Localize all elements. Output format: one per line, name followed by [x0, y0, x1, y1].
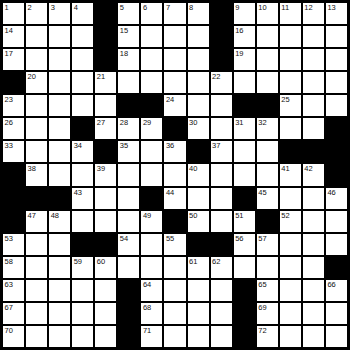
- clue-number-4: 4: [74, 3, 78, 12]
- white-cell-r12c13[interactable]: [280, 257, 301, 278]
- white-cell-r9c13[interactable]: [280, 188, 301, 209]
- white-cell-r3c2[interactable]: [26, 49, 47, 70]
- clue-number-15: 15: [120, 26, 128, 35]
- white-cell-r6c5[interactable]: 27: [95, 118, 116, 139]
- white-cell-r5c10[interactable]: [211, 95, 232, 116]
- clue-number-37: 37: [212, 141, 220, 150]
- clue-number-21: 21: [97, 72, 105, 81]
- clue-number-23: 23: [5, 95, 13, 104]
- white-cell-r14c15[interactable]: [326, 303, 347, 324]
- white-cell-r4c14[interactable]: [303, 72, 324, 93]
- white-cell-r4c6[interactable]: [118, 72, 139, 93]
- clue-number-54: 54: [120, 234, 128, 243]
- white-cell-r14c9[interactable]: [188, 303, 209, 324]
- white-cell-r14c5[interactable]: [95, 303, 116, 324]
- clue-number-52: 52: [281, 211, 289, 220]
- white-cell-r12c7[interactable]: [141, 257, 162, 278]
- black-cell-r7c5: [95, 141, 116, 162]
- white-cell-r15c4[interactable]: [72, 326, 93, 347]
- white-cell-r13c2[interactable]: [26, 280, 47, 301]
- clue-number-5: 5: [120, 3, 124, 12]
- clue-number-70: 70: [5, 326, 13, 335]
- white-cell-r1c14[interactable]: 12: [303, 3, 324, 24]
- white-cell-r14c1[interactable]: 67: [3, 303, 24, 324]
- black-cell-r10c1: [3, 211, 24, 232]
- black-cell-r3c10: [211, 49, 232, 70]
- clue-number-36: 36: [166, 141, 174, 150]
- white-cell-r9c8[interactable]: 44: [164, 188, 185, 209]
- white-cell-r10c7[interactable]: 49: [141, 211, 162, 232]
- white-cell-r5c1[interactable]: 23: [3, 95, 24, 116]
- black-cell-r4c1: [3, 72, 24, 93]
- clue-number-47: 47: [28, 211, 36, 220]
- clue-number-22: 22: [212, 72, 220, 81]
- clue-number-24: 24: [166, 95, 174, 104]
- clue-number-61: 61: [189, 257, 197, 266]
- white-cell-r13c15[interactable]: 66: [326, 280, 347, 301]
- white-cell-r9c9[interactable]: [188, 188, 209, 209]
- white-cell-r4c2[interactable]: 20: [26, 72, 47, 93]
- white-cell-r2c6[interactable]: 15: [118, 26, 139, 47]
- white-cell-r2c13[interactable]: [280, 26, 301, 47]
- white-cell-r15c10[interactable]: [211, 326, 232, 347]
- white-cell-r14c14[interactable]: [303, 303, 324, 324]
- white-cell-r3c9[interactable]: [188, 49, 209, 70]
- white-cell-r7c10[interactable]: 37: [211, 141, 232, 162]
- clue-number-13: 13: [327, 3, 335, 12]
- white-cell-r11c7[interactable]: [141, 234, 162, 255]
- black-cell-r9c2: [26, 188, 47, 209]
- white-cell-r4c7[interactable]: [141, 72, 162, 93]
- black-cell-r5c12: [257, 95, 278, 116]
- clue-number-51: 51: [235, 211, 243, 220]
- white-cell-r7c1[interactable]: 33: [3, 141, 24, 162]
- white-cell-r8c3[interactable]: [49, 164, 70, 185]
- clue-number-43: 43: [74, 188, 82, 197]
- white-cell-r8c7[interactable]: [141, 164, 162, 185]
- black-cell-r11c4: [72, 234, 93, 255]
- black-cell-r3c5: [95, 49, 116, 70]
- black-cell-r7c15: [326, 141, 347, 162]
- white-cell-r1c12[interactable]: 10: [257, 3, 278, 24]
- white-cell-r15c3[interactable]: [49, 326, 70, 347]
- clue-number-30: 30: [189, 118, 197, 127]
- white-cell-r6c13[interactable]: [280, 118, 301, 139]
- black-cell-r11c9: [188, 234, 209, 255]
- clue-number-32: 32: [258, 118, 266, 127]
- clue-number-35: 35: [120, 141, 128, 150]
- black-cell-r6c4: [72, 118, 93, 139]
- clue-number-50: 50: [189, 211, 197, 220]
- white-cell-r10c4[interactable]: [72, 211, 93, 232]
- clue-number-25: 25: [281, 95, 289, 104]
- clue-number-18: 18: [120, 49, 128, 58]
- crossword-board: 1234567891011121314151617181920212223242…: [0, 0, 350, 350]
- clue-number-34: 34: [74, 141, 82, 150]
- clue-number-65: 65: [258, 280, 266, 289]
- white-cell-r6c12[interactable]: 32: [257, 118, 278, 139]
- white-cell-r4c15[interactable]: [326, 72, 347, 93]
- white-cell-r3c1[interactable]: 17: [3, 49, 24, 70]
- white-cell-r4c10[interactable]: 22: [211, 72, 232, 93]
- white-cell-r8c2[interactable]: 38: [26, 164, 47, 185]
- white-cell-r3c13[interactable]: [280, 49, 301, 70]
- white-cell-r9c14[interactable]: [303, 188, 324, 209]
- white-cell-r15c13[interactable]: [280, 326, 301, 347]
- clue-number-1: 1: [5, 3, 9, 12]
- clue-number-42: 42: [304, 164, 312, 173]
- clue-number-67: 67: [5, 303, 13, 312]
- white-cell-r9c5[interactable]: [95, 188, 116, 209]
- white-cell-r9c15[interactable]: 46: [326, 188, 347, 209]
- white-cell-r2c11[interactable]: 16: [234, 26, 255, 47]
- clue-number-7: 7: [166, 3, 170, 12]
- black-cell-r11c10: [211, 234, 232, 255]
- white-cell-r4c9[interactable]: [188, 72, 209, 93]
- white-cell-r7c4[interactable]: 34: [72, 141, 93, 162]
- clue-number-60: 60: [97, 257, 105, 266]
- black-cell-r10c8: [164, 211, 185, 232]
- white-cell-r6c2[interactable]: [26, 118, 47, 139]
- clue-number-66: 66: [327, 280, 335, 289]
- white-cell-r2c1[interactable]: 14: [3, 26, 24, 47]
- clue-number-16: 16: [235, 26, 243, 35]
- white-cell-r12c10[interactable]: 62: [211, 257, 232, 278]
- white-cell-r13c10[interactable]: [211, 280, 232, 301]
- white-cell-r4c5[interactable]: 21: [95, 72, 116, 93]
- black-cell-r10c12: [257, 211, 278, 232]
- white-cell-r15c15[interactable]: [326, 326, 347, 347]
- clue-number-2: 2: [28, 3, 32, 12]
- clue-number-3: 3: [51, 3, 55, 12]
- white-cell-r10c10[interactable]: [211, 211, 232, 232]
- white-cell-r15c12[interactable]: 72: [257, 326, 278, 347]
- black-cell-r13c11: [234, 280, 255, 301]
- white-cell-r12c3[interactable]: [49, 257, 70, 278]
- white-cell-r12c14[interactable]: [303, 257, 324, 278]
- white-cell-r6c14[interactable]: [303, 118, 324, 139]
- white-cell-r13c7[interactable]: 64: [141, 280, 162, 301]
- white-cell-r10c6[interactable]: [118, 211, 139, 232]
- white-cell-r13c8[interactable]: [164, 280, 185, 301]
- white-cell-r7c2[interactable]: [26, 141, 47, 162]
- clue-number-6: 6: [143, 3, 147, 12]
- clue-number-17: 17: [5, 49, 13, 58]
- white-cell-r4c11[interactable]: [234, 72, 255, 93]
- black-cell-r7c13: [280, 141, 301, 162]
- black-cell-r13c6: [118, 280, 139, 301]
- clue-number-28: 28: [120, 118, 128, 127]
- white-cell-r4c8[interactable]: [164, 72, 185, 93]
- white-cell-r9c12[interactable]: 45: [257, 188, 278, 209]
- clue-number-72: 72: [258, 326, 266, 335]
- white-cell-r6c3[interactable]: [49, 118, 70, 139]
- white-cell-r11c14[interactable]: [303, 234, 324, 255]
- white-cell-r1c1[interactable]: 1: [3, 3, 24, 24]
- clue-number-26: 26: [5, 118, 13, 127]
- clue-number-39: 39: [97, 164, 105, 173]
- white-cell-r4c4[interactable]: [72, 72, 93, 93]
- white-cell-r7c3[interactable]: [49, 141, 70, 162]
- white-cell-r2c12[interactable]: [257, 26, 278, 47]
- white-cell-r1c7[interactable]: 6: [141, 3, 162, 24]
- white-cell-r2c14[interactable]: [303, 26, 324, 47]
- clue-number-31: 31: [235, 118, 243, 127]
- white-cell-r14c2[interactable]: [26, 303, 47, 324]
- white-cell-r5c13[interactable]: 25: [280, 95, 301, 116]
- white-cell-r5c14[interactable]: [303, 95, 324, 116]
- black-cell-r7c14: [303, 141, 324, 162]
- white-cell-r15c5[interactable]: [95, 326, 116, 347]
- black-cell-r5c7: [141, 95, 162, 116]
- white-cell-r7c7[interactable]: [141, 141, 162, 162]
- white-cell-r3c4[interactable]: [72, 49, 93, 70]
- clue-number-29: 29: [143, 118, 151, 127]
- white-cell-r3c7[interactable]: [141, 49, 162, 70]
- white-cell-r5c15[interactable]: [326, 95, 347, 116]
- white-cell-r8c9[interactable]: 40: [188, 164, 209, 185]
- clue-number-62: 62: [212, 257, 220, 266]
- white-cell-r5c9[interactable]: [188, 95, 209, 116]
- clue-number-55: 55: [166, 234, 174, 243]
- white-cell-r6c6[interactable]: 28: [118, 118, 139, 139]
- white-cell-r3c6[interactable]: 18: [118, 49, 139, 70]
- clue-number-41: 41: [281, 164, 289, 173]
- white-cell-r8c11[interactable]: [234, 164, 255, 185]
- white-cell-r14c7[interactable]: 68: [141, 303, 162, 324]
- white-cell-r9c10[interactable]: [211, 188, 232, 209]
- white-cell-r14c10[interactable]: [211, 303, 232, 324]
- white-cell-r13c13[interactable]: [280, 280, 301, 301]
- white-cell-r2c9[interactable]: [188, 26, 209, 47]
- clue-number-40: 40: [189, 164, 197, 173]
- white-cell-r2c15[interactable]: [326, 26, 347, 47]
- white-cell-r8c6[interactable]: [118, 164, 139, 185]
- clue-number-48: 48: [51, 211, 59, 220]
- black-cell-r15c6: [118, 326, 139, 347]
- clue-number-58: 58: [5, 257, 13, 266]
- white-cell-r11c13[interactable]: [280, 234, 301, 255]
- black-cell-r14c6: [118, 303, 139, 324]
- white-cell-r10c14[interactable]: [303, 211, 324, 232]
- white-cell-r3c3[interactable]: [49, 49, 70, 70]
- white-cell-r7c11[interactable]: [234, 141, 255, 162]
- black-cell-r15c11: [234, 326, 255, 347]
- white-cell-r1c9[interactable]: 8: [188, 3, 209, 24]
- white-cell-r13c3[interactable]: [49, 280, 70, 301]
- black-cell-r2c10: [211, 26, 232, 47]
- clue-number-8: 8: [189, 3, 193, 12]
- white-cell-r13c14[interactable]: [303, 280, 324, 301]
- black-cell-r6c8: [164, 118, 185, 139]
- clue-number-33: 33: [5, 141, 13, 150]
- clue-number-71: 71: [143, 326, 151, 335]
- clue-number-19: 19: [235, 49, 243, 58]
- white-cell-r15c2[interactable]: [26, 326, 47, 347]
- clue-number-27: 27: [97, 118, 105, 127]
- white-cell-r8c12[interactable]: [257, 164, 278, 185]
- white-cell-r9c6[interactable]: [118, 188, 139, 209]
- clue-number-53: 53: [5, 234, 13, 243]
- white-cell-r5c8[interactable]: 24: [164, 95, 185, 116]
- white-cell-r4c12[interactable]: [257, 72, 278, 93]
- white-cell-r1c3[interactable]: 3: [49, 3, 70, 24]
- white-cell-r2c2[interactable]: [26, 26, 47, 47]
- white-cell-r14c13[interactable]: [280, 303, 301, 324]
- white-cell-r12c12[interactable]: [257, 257, 278, 278]
- white-cell-r11c1[interactable]: 53: [3, 234, 24, 255]
- clue-number-49: 49: [143, 211, 151, 220]
- white-cell-r8c4[interactable]: [72, 164, 93, 185]
- white-cell-r1c2[interactable]: 2: [26, 3, 47, 24]
- white-cell-r3c14[interactable]: [303, 49, 324, 70]
- black-cell-r7c9: [188, 141, 209, 162]
- clue-number-38: 38: [28, 164, 36, 173]
- white-cell-r11c11[interactable]: 56: [234, 234, 255, 255]
- black-cell-r2c5: [95, 26, 116, 47]
- white-cell-r11c3[interactable]: [49, 234, 70, 255]
- white-cell-r15c9[interactable]: [188, 326, 209, 347]
- clue-number-64: 64: [143, 280, 151, 289]
- white-cell-r5c2[interactable]: [26, 95, 47, 116]
- black-cell-r9c11: [234, 188, 255, 209]
- black-cell-r5c11: [234, 95, 255, 116]
- white-cell-r14c8[interactable]: [164, 303, 185, 324]
- white-cell-r1c8[interactable]: 7: [164, 3, 185, 24]
- white-cell-r1c13[interactable]: 11: [280, 3, 301, 24]
- white-cell-r11c8[interactable]: 55: [164, 234, 185, 255]
- white-cell-r2c8[interactable]: [164, 26, 185, 47]
- white-cell-r10c11[interactable]: 51: [234, 211, 255, 232]
- white-cell-r12c11[interactable]: [234, 257, 255, 278]
- black-cell-r6c15: [326, 118, 347, 139]
- white-cell-r10c15[interactable]: [326, 211, 347, 232]
- white-cell-r12c2[interactable]: [26, 257, 47, 278]
- clue-number-69: 69: [258, 303, 266, 312]
- white-cell-r8c5[interactable]: 39: [95, 164, 116, 185]
- white-cell-r4c13[interactable]: [280, 72, 301, 93]
- white-cell-r5c3[interactable]: [49, 95, 70, 116]
- black-cell-r5c6: [118, 95, 139, 116]
- white-cell-r11c15[interactable]: [326, 234, 347, 255]
- white-cell-r12c9[interactable]: 61: [188, 257, 209, 278]
- white-cell-r8c10[interactable]: [211, 164, 232, 185]
- white-cell-r10c5[interactable]: [95, 211, 116, 232]
- white-cell-r13c1[interactable]: 63: [3, 280, 24, 301]
- white-cell-r6c7[interactable]: 29: [141, 118, 162, 139]
- black-cell-r1c5: [95, 3, 116, 24]
- white-cell-r5c4[interactable]: [72, 95, 93, 116]
- white-cell-r7c6[interactable]: 35: [118, 141, 139, 162]
- white-cell-r12c5[interactable]: 60: [95, 257, 116, 278]
- clue-number-46: 46: [327, 188, 335, 197]
- white-cell-r15c14[interactable]: [303, 326, 324, 347]
- white-cell-r8c8[interactable]: [164, 164, 185, 185]
- white-cell-r1c6[interactable]: 5: [118, 3, 139, 24]
- white-cell-r1c11[interactable]: 9: [234, 3, 255, 24]
- clue-number-14: 14: [5, 26, 13, 35]
- white-cell-r10c2[interactable]: 47: [26, 211, 47, 232]
- white-cell-r6c10[interactable]: [211, 118, 232, 139]
- white-cell-r2c4[interactable]: [72, 26, 93, 47]
- white-cell-r12c8[interactable]: [164, 257, 185, 278]
- white-cell-r5c5[interactable]: [95, 95, 116, 116]
- white-cell-r13c9[interactable]: [188, 280, 209, 301]
- white-cell-r3c12[interactable]: [257, 49, 278, 70]
- clue-number-63: 63: [5, 280, 13, 289]
- white-cell-r13c12[interactable]: 65: [257, 280, 278, 301]
- white-cell-r3c11[interactable]: 19: [234, 49, 255, 70]
- clue-number-20: 20: [28, 72, 36, 81]
- white-cell-r3c15[interactable]: [326, 49, 347, 70]
- clue-number-12: 12: [304, 3, 312, 12]
- white-cell-r6c9[interactable]: 30: [188, 118, 209, 139]
- white-cell-r8c14[interactable]: 42: [303, 164, 324, 185]
- white-cell-r15c7[interactable]: 71: [141, 326, 162, 347]
- clue-number-45: 45: [258, 188, 266, 197]
- clue-number-56: 56: [235, 234, 243, 243]
- white-cell-r7c12[interactable]: [257, 141, 278, 162]
- white-cell-r14c12[interactable]: 69: [257, 303, 278, 324]
- white-cell-r9c4[interactable]: 43: [72, 188, 93, 209]
- white-cell-r13c5[interactable]: [95, 280, 116, 301]
- white-cell-r10c13[interactable]: 52: [280, 211, 301, 232]
- white-cell-r11c12[interactable]: 57: [257, 234, 278, 255]
- white-cell-r1c4[interactable]: 4: [72, 3, 93, 24]
- white-cell-r15c8[interactable]: [164, 326, 185, 347]
- clue-number-9: 9: [235, 3, 239, 12]
- clue-number-59: 59: [74, 257, 82, 266]
- white-cell-r2c7[interactable]: [141, 26, 162, 47]
- black-cell-r12c15: [326, 257, 347, 278]
- black-cell-r1c10: [211, 3, 232, 24]
- white-cell-r3c8[interactable]: [164, 49, 185, 70]
- clue-number-44: 44: [166, 188, 174, 197]
- black-cell-r14c11: [234, 303, 255, 324]
- clue-number-10: 10: [258, 3, 266, 12]
- black-cell-r8c15: [326, 164, 347, 185]
- black-cell-r11c5: [95, 234, 116, 255]
- clue-number-11: 11: [281, 3, 289, 12]
- white-cell-r12c1[interactable]: 58: [3, 257, 24, 278]
- white-cell-r2c3[interactable]: [49, 26, 70, 47]
- clue-number-57: 57: [258, 234, 266, 243]
- black-cell-r9c1: [3, 188, 24, 209]
- white-cell-r11c2[interactable]: [26, 234, 47, 255]
- black-cell-r8c1: [3, 164, 24, 185]
- white-cell-r6c1[interactable]: 26: [3, 118, 24, 139]
- black-cell-r9c7: [141, 188, 162, 209]
- white-cell-r1c15[interactable]: 13: [326, 3, 347, 24]
- clue-number-68: 68: [143, 303, 151, 312]
- white-cell-r7c8[interactable]: 36: [164, 141, 185, 162]
- black-cell-r9c3: [49, 188, 70, 209]
- white-cell-r12c4[interactable]: 59: [72, 257, 93, 278]
- white-cell-r6c11[interactable]: 31: [234, 118, 255, 139]
- white-cell-r4c3[interactable]: [49, 72, 70, 93]
- white-cell-r10c9[interactable]: 50: [188, 211, 209, 232]
- white-cell-r11c6[interactable]: 54: [118, 234, 139, 255]
- white-cell-r15c1[interactable]: 70: [3, 326, 24, 347]
- white-cell-r12c6[interactable]: [118, 257, 139, 278]
- white-cell-r10c3[interactable]: 48: [49, 211, 70, 232]
- white-cell-r14c3[interactable]: [49, 303, 70, 324]
- white-cell-r8c13[interactable]: 41: [280, 164, 301, 185]
- white-cell-r13c4[interactable]: [72, 280, 93, 301]
- white-cell-r14c4[interactable]: [72, 303, 93, 324]
